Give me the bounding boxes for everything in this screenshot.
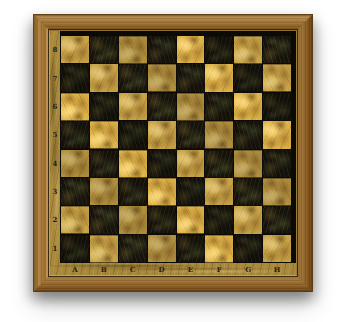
file-label-a: A — [61, 263, 89, 275]
square-b8[interactable] — [90, 36, 118, 63]
square-e2[interactable] — [177, 206, 205, 233]
square-f1[interactable] — [205, 235, 233, 262]
rank-label-6: 6 — [50, 93, 60, 120]
square-e6[interactable] — [177, 93, 205, 120]
square-g5[interactable] — [234, 121, 262, 148]
square-d5[interactable] — [148, 121, 176, 148]
square-c7[interactable] — [119, 64, 147, 91]
square-e1[interactable] — [177, 235, 205, 262]
board-frame-bottom — [33, 276, 313, 292]
square-h8[interactable] — [263, 36, 291, 63]
square-h7[interactable] — [263, 64, 291, 91]
board-playing-field: 87654321ABCDEFGH — [49, 30, 297, 276]
rank-label-8: 8 — [50, 36, 60, 63]
square-b7[interactable] — [90, 64, 118, 91]
square-g1[interactable] — [234, 235, 262, 262]
square-c5[interactable] — [119, 121, 147, 148]
square-b6[interactable] — [90, 93, 118, 120]
square-d1[interactable] — [148, 235, 176, 262]
square-c2[interactable] — [119, 206, 147, 233]
square-h2[interactable] — [263, 206, 291, 233]
square-a5[interactable] — [61, 121, 89, 148]
square-a6[interactable] — [61, 93, 89, 120]
file-label-e: E — [177, 263, 205, 275]
square-a3[interactable] — [61, 178, 89, 205]
file-label-f: F — [205, 263, 233, 275]
rank-label-5: 5 — [50, 121, 60, 148]
square-b5[interactable] — [90, 121, 118, 148]
file-label-g: G — [234, 263, 262, 275]
board-frame-top — [33, 14, 313, 30]
rank-label-4: 4 — [50, 150, 60, 177]
board-frame-left — [33, 14, 49, 292]
square-g3[interactable] — [234, 178, 262, 205]
square-e5[interactable] — [177, 121, 205, 148]
square-c1[interactable] — [119, 235, 147, 262]
square-e7[interactable] — [177, 64, 205, 91]
photo-background: 87654321ABCDEFGH — [0, 0, 358, 322]
square-f3[interactable] — [205, 178, 233, 205]
square-g4[interactable] — [234, 150, 262, 177]
rank-label-2: 2 — [50, 206, 60, 233]
board-grid: 87654321ABCDEFGH — [50, 31, 296, 275]
square-h6[interactable] — [263, 93, 291, 120]
square-d4[interactable] — [148, 150, 176, 177]
square-a7[interactable] — [61, 64, 89, 91]
square-d3[interactable] — [148, 178, 176, 205]
square-d6[interactable] — [148, 93, 176, 120]
square-f5[interactable] — [205, 121, 233, 148]
file-label-b: B — [90, 263, 118, 275]
square-a2[interactable] — [61, 206, 89, 233]
square-a4[interactable] — [61, 150, 89, 177]
square-c3[interactable] — [119, 178, 147, 205]
square-g8[interactable] — [234, 36, 262, 63]
file-label-c: C — [119, 263, 147, 275]
square-c8[interactable] — [119, 36, 147, 63]
square-g6[interactable] — [234, 93, 262, 120]
square-f8[interactable] — [205, 36, 233, 63]
rank-label-3: 3 — [50, 178, 60, 205]
square-f7[interactable] — [205, 64, 233, 91]
square-a8[interactable] — [61, 36, 89, 63]
square-b4[interactable] — [90, 150, 118, 177]
square-b3[interactable] — [90, 178, 118, 205]
square-g2[interactable] — [234, 206, 262, 233]
square-b2[interactable] — [90, 206, 118, 233]
square-f2[interactable] — [205, 206, 233, 233]
chess-board: 87654321ABCDEFGH — [33, 14, 313, 292]
square-c6[interactable] — [119, 93, 147, 120]
square-e3[interactable] — [177, 178, 205, 205]
square-f6[interactable] — [205, 93, 233, 120]
square-d2[interactable] — [148, 206, 176, 233]
board-frame-right — [297, 14, 313, 292]
square-a1[interactable] — [61, 235, 89, 262]
square-h5[interactable] — [263, 121, 291, 148]
square-f4[interactable] — [205, 150, 233, 177]
square-d7[interactable] — [148, 64, 176, 91]
square-h3[interactable] — [263, 178, 291, 205]
square-d8[interactable] — [148, 36, 176, 63]
square-h1[interactable] — [263, 235, 291, 262]
square-e4[interactable] — [177, 150, 205, 177]
rank-label-1: 1 — [50, 235, 60, 262]
file-label-h: H — [263, 263, 291, 275]
file-label-d: D — [148, 263, 176, 275]
square-c4[interactable] — [119, 150, 147, 177]
rank-label-7: 7 — [50, 64, 60, 91]
square-g7[interactable] — [234, 64, 262, 91]
square-b1[interactable] — [90, 235, 118, 262]
square-e8[interactable] — [177, 36, 205, 63]
square-h4[interactable] — [263, 150, 291, 177]
